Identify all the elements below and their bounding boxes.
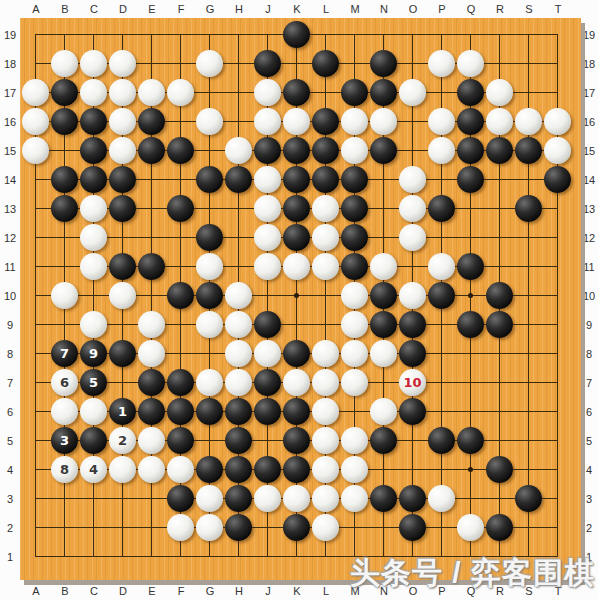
intersection-E16[interactable] <box>137 107 166 136</box>
black-stone-M17[interactable] <box>341 79 368 106</box>
black-stone-T14[interactable] <box>544 166 571 193</box>
intersection-S14[interactable] <box>514 165 543 194</box>
white-stone-B10[interactable] <box>51 282 78 309</box>
white-stone-K7[interactable] <box>283 369 310 396</box>
intersection-K13[interactable] <box>282 194 311 223</box>
intersection-P9[interactable] <box>427 310 456 339</box>
intersection-P15[interactable] <box>427 136 456 165</box>
intersection-D5[interactable]: 2 <box>108 426 137 455</box>
white-stone-K16[interactable] <box>283 108 310 135</box>
intersection-K18[interactable] <box>282 49 311 78</box>
intersection-E7[interactable] <box>137 368 166 397</box>
intersection-J12[interactable] <box>253 223 282 252</box>
white-stone-K11[interactable] <box>283 253 310 280</box>
intersection-T18[interactable] <box>543 49 572 78</box>
white-stone-C11[interactable] <box>80 253 107 280</box>
intersection-R12[interactable] <box>485 223 514 252</box>
intersection-N4[interactable] <box>369 455 398 484</box>
white-stone-J12[interactable] <box>254 224 281 251</box>
intersection-J17[interactable] <box>253 78 282 107</box>
intersection-M8[interactable] <box>340 339 369 368</box>
intersection-Q5[interactable] <box>456 426 485 455</box>
white-stone-S16[interactable] <box>515 108 542 135</box>
black-stone-B14[interactable] <box>51 166 78 193</box>
white-stone-G18[interactable] <box>196 50 223 77</box>
intersection-S4[interactable] <box>514 455 543 484</box>
intersection-R5[interactable] <box>485 426 514 455</box>
black-stone-D14[interactable] <box>109 166 136 193</box>
intersection-G19[interactable] <box>195 20 224 49</box>
intersection-D10[interactable] <box>108 281 137 310</box>
intersection-C3[interactable] <box>79 484 108 513</box>
intersection-K12[interactable] <box>282 223 311 252</box>
black-stone-K17[interactable] <box>283 79 310 106</box>
black-stone-H4[interactable] <box>225 456 252 483</box>
intersection-G16[interactable] <box>195 107 224 136</box>
intersection-N3[interactable] <box>369 484 398 513</box>
intersection-E9[interactable] <box>137 310 166 339</box>
intersection-Q6[interactable] <box>456 397 485 426</box>
intersection-C15[interactable] <box>79 136 108 165</box>
intersection-H12[interactable] <box>224 223 253 252</box>
black-stone-K6[interactable] <box>283 398 310 425</box>
intersection-M12[interactable] <box>340 223 369 252</box>
black-stone-R2[interactable] <box>486 514 513 541</box>
intersection-F8[interactable] <box>166 339 195 368</box>
intersection-G3[interactable] <box>195 484 224 513</box>
intersection-O13[interactable] <box>398 194 427 223</box>
black-stone-L16[interactable] <box>312 108 339 135</box>
intersection-D2[interactable] <box>108 513 137 542</box>
black-stone-K15[interactable] <box>283 137 310 164</box>
black-stone-M12[interactable] <box>341 224 368 251</box>
intersection-M9[interactable] <box>340 310 369 339</box>
white-stone-E17[interactable] <box>138 79 165 106</box>
intersection-L11[interactable] <box>311 252 340 281</box>
intersection-P5[interactable] <box>427 426 456 455</box>
intersection-O19[interactable] <box>398 20 427 49</box>
intersection-A7[interactable] <box>21 368 50 397</box>
white-stone-D17[interactable] <box>109 79 136 106</box>
intersection-G13[interactable] <box>195 194 224 223</box>
intersection-B1[interactable] <box>50 542 79 571</box>
intersection-Q2[interactable] <box>456 513 485 542</box>
white-stone-C9[interactable] <box>80 311 107 338</box>
black-stone-J15[interactable] <box>254 137 281 164</box>
white-stone-J13[interactable] <box>254 195 281 222</box>
black-stone-H2[interactable] <box>225 514 252 541</box>
intersection-N8[interactable] <box>369 339 398 368</box>
intersection-F11[interactable] <box>166 252 195 281</box>
intersection-G8[interactable] <box>195 339 224 368</box>
white-stone-H10[interactable] <box>225 282 252 309</box>
intersection-B8[interactable]: 7 <box>50 339 79 368</box>
intersection-A12[interactable] <box>21 223 50 252</box>
intersection-H8[interactable] <box>224 339 253 368</box>
black-stone-R9[interactable] <box>486 311 513 338</box>
white-stone-R16[interactable] <box>486 108 513 135</box>
intersection-K2[interactable] <box>282 513 311 542</box>
white-stone-C6[interactable] <box>80 398 107 425</box>
intersection-G18[interactable] <box>195 49 224 78</box>
intersection-R13[interactable] <box>485 194 514 223</box>
intersection-N7[interactable] <box>369 368 398 397</box>
black-stone-F15[interactable] <box>167 137 194 164</box>
intersection-S5[interactable] <box>514 426 543 455</box>
intersection-N9[interactable] <box>369 310 398 339</box>
intersection-H3[interactable] <box>224 484 253 513</box>
black-stone-O8[interactable] <box>399 340 426 367</box>
white-stone-D4[interactable] <box>109 456 136 483</box>
white-stone-G7[interactable] <box>196 369 223 396</box>
intersection-D3[interactable] <box>108 484 137 513</box>
intersection-L3[interactable] <box>311 484 340 513</box>
intersection-Q10[interactable] <box>456 281 485 310</box>
white-stone-G9[interactable] <box>196 311 223 338</box>
intersection-B7[interactable]: 6 <box>50 368 79 397</box>
intersection-B17[interactable] <box>50 78 79 107</box>
intersection-S19[interactable] <box>514 20 543 49</box>
intersection-C9[interactable] <box>79 310 108 339</box>
white-stone-E9[interactable] <box>138 311 165 338</box>
intersection-H9[interactable] <box>224 310 253 339</box>
white-stone-H7[interactable] <box>225 369 252 396</box>
intersection-P4[interactable] <box>427 455 456 484</box>
black-stone-M13[interactable] <box>341 195 368 222</box>
intersection-B19[interactable] <box>50 20 79 49</box>
white-stone-J8[interactable] <box>254 340 281 367</box>
intersection-Q12[interactable] <box>456 223 485 252</box>
intersection-F4[interactable] <box>166 455 195 484</box>
intersection-G1[interactable] <box>195 542 224 571</box>
black-stone-N10[interactable] <box>370 282 397 309</box>
intersection-S18[interactable] <box>514 49 543 78</box>
black-stone-G14[interactable] <box>196 166 223 193</box>
intersection-G11[interactable] <box>195 252 224 281</box>
intersection-C4[interactable]: 4 <box>79 455 108 484</box>
black-stone-O6[interactable] <box>399 398 426 425</box>
intersection-H17[interactable] <box>224 78 253 107</box>
intersection-E11[interactable] <box>137 252 166 281</box>
intersection-D8[interactable] <box>108 339 137 368</box>
intersection-P6[interactable] <box>427 397 456 426</box>
intersection-S16[interactable] <box>514 107 543 136</box>
intersection-A17[interactable] <box>21 78 50 107</box>
intersection-J14[interactable] <box>253 165 282 194</box>
black-stone-R4[interactable] <box>486 456 513 483</box>
intersection-F6[interactable] <box>166 397 195 426</box>
intersection-T3[interactable] <box>543 484 572 513</box>
white-stone-J16[interactable] <box>254 108 281 135</box>
white-stone-Q2[interactable] <box>457 514 484 541</box>
intersection-P8[interactable] <box>427 339 456 368</box>
black-stone-P10[interactable] <box>428 282 455 309</box>
intersection-T19[interactable] <box>543 20 572 49</box>
intersection-T6[interactable] <box>543 397 572 426</box>
black-stone-B5[interactable]: 3 <box>51 427 78 454</box>
intersection-S12[interactable] <box>514 223 543 252</box>
white-stone-E8[interactable] <box>138 340 165 367</box>
black-stone-F5[interactable] <box>167 427 194 454</box>
black-stone-Q15[interactable] <box>457 137 484 164</box>
black-stone-C5[interactable] <box>80 427 107 454</box>
intersection-C5[interactable] <box>79 426 108 455</box>
black-stone-B13[interactable] <box>51 195 78 222</box>
intersection-B14[interactable] <box>50 165 79 194</box>
intersection-R14[interactable] <box>485 165 514 194</box>
intersection-F17[interactable] <box>166 78 195 107</box>
white-stone-G3[interactable] <box>196 485 223 512</box>
black-stone-N17[interactable] <box>370 79 397 106</box>
intersection-H13[interactable] <box>224 194 253 223</box>
white-stone-F4[interactable] <box>167 456 194 483</box>
intersection-K10[interactable] <box>282 281 311 310</box>
intersection-C14[interactable] <box>79 165 108 194</box>
intersection-G12[interactable] <box>195 223 224 252</box>
intersection-L1[interactable] <box>311 542 340 571</box>
white-stone-M8[interactable] <box>341 340 368 367</box>
intersection-C7[interactable]: 5 <box>79 368 108 397</box>
intersection-M6[interactable] <box>340 397 369 426</box>
intersection-E6[interactable] <box>137 397 166 426</box>
intersection-T17[interactable] <box>543 78 572 107</box>
intersection-O18[interactable] <box>398 49 427 78</box>
intersection-N11[interactable] <box>369 252 398 281</box>
intersection-L10[interactable] <box>311 281 340 310</box>
intersection-K7[interactable] <box>282 368 311 397</box>
white-stone-O10[interactable] <box>399 282 426 309</box>
white-stone-D10[interactable] <box>109 282 136 309</box>
intersection-A14[interactable] <box>21 165 50 194</box>
intersection-K8[interactable] <box>282 339 311 368</box>
intersection-J11[interactable] <box>253 252 282 281</box>
intersection-N10[interactable] <box>369 281 398 310</box>
intersection-F5[interactable] <box>166 426 195 455</box>
black-stone-J6[interactable] <box>254 398 281 425</box>
intersection-Q16[interactable] <box>456 107 485 136</box>
intersection-J3[interactable] <box>253 484 282 513</box>
white-stone-O7[interactable]: 10 <box>399 369 426 396</box>
intersection-Q19[interactable] <box>456 20 485 49</box>
intersection-R10[interactable] <box>485 281 514 310</box>
white-stone-N8[interactable] <box>370 340 397 367</box>
white-stone-C12[interactable] <box>80 224 107 251</box>
black-stone-F7[interactable] <box>167 369 194 396</box>
white-stone-L11[interactable] <box>312 253 339 280</box>
intersection-D7[interactable] <box>108 368 137 397</box>
intersection-H5[interactable] <box>224 426 253 455</box>
black-stone-B16[interactable] <box>51 108 78 135</box>
intersection-R15[interactable] <box>485 136 514 165</box>
intersection-E2[interactable] <box>137 513 166 542</box>
intersection-C8[interactable]: 9 <box>79 339 108 368</box>
intersection-P2[interactable] <box>427 513 456 542</box>
intersection-C12[interactable] <box>79 223 108 252</box>
intersection-O12[interactable] <box>398 223 427 252</box>
intersection-B12[interactable] <box>50 223 79 252</box>
white-stone-C17[interactable] <box>80 79 107 106</box>
intersection-G4[interactable] <box>195 455 224 484</box>
black-stone-S15[interactable] <box>515 137 542 164</box>
black-stone-G4[interactable] <box>196 456 223 483</box>
intersection-M10[interactable] <box>340 281 369 310</box>
black-stone-S13[interactable] <box>515 195 542 222</box>
intersection-D13[interactable] <box>108 194 137 223</box>
black-stone-E11[interactable] <box>138 253 165 280</box>
white-stone-J3[interactable] <box>254 485 281 512</box>
intersection-L6[interactable] <box>311 397 340 426</box>
intersection-D12[interactable] <box>108 223 137 252</box>
intersection-A10[interactable] <box>21 281 50 310</box>
intersection-O15[interactable] <box>398 136 427 165</box>
white-stone-E4[interactable] <box>138 456 165 483</box>
intersection-M2[interactable] <box>340 513 369 542</box>
black-stone-M11[interactable] <box>341 253 368 280</box>
black-stone-H5[interactable] <box>225 427 252 454</box>
intersection-M11[interactable] <box>340 252 369 281</box>
intersection-F12[interactable] <box>166 223 195 252</box>
intersection-C6[interactable] <box>79 397 108 426</box>
black-stone-C15[interactable] <box>80 137 107 164</box>
intersection-B2[interactable] <box>50 513 79 542</box>
intersection-B18[interactable] <box>50 49 79 78</box>
intersection-B3[interactable] <box>50 484 79 513</box>
intersection-L2[interactable] <box>311 513 340 542</box>
black-stone-K5[interactable] <box>283 427 310 454</box>
black-stone-F3[interactable] <box>167 485 194 512</box>
intersection-D1[interactable] <box>108 542 137 571</box>
intersection-C13[interactable] <box>79 194 108 223</box>
intersection-G6[interactable] <box>195 397 224 426</box>
white-stone-M5[interactable] <box>341 427 368 454</box>
intersection-R2[interactable] <box>485 513 514 542</box>
white-stone-T15[interactable] <box>544 137 571 164</box>
black-stone-L14[interactable] <box>312 166 339 193</box>
intersection-J13[interactable] <box>253 194 282 223</box>
intersection-J2[interactable] <box>253 513 282 542</box>
black-stone-K2[interactable] <box>283 514 310 541</box>
white-stone-F2[interactable] <box>167 514 194 541</box>
black-stone-H6[interactable] <box>225 398 252 425</box>
black-stone-O9[interactable] <box>399 311 426 338</box>
white-stone-O14[interactable] <box>399 166 426 193</box>
intersection-E8[interactable] <box>137 339 166 368</box>
intersection-G9[interactable] <box>195 310 224 339</box>
intersection-A5[interactable] <box>21 426 50 455</box>
intersection-D18[interactable] <box>108 49 137 78</box>
intersection-S9[interactable] <box>514 310 543 339</box>
white-stone-C4[interactable]: 4 <box>80 456 107 483</box>
intersection-O3[interactable] <box>398 484 427 513</box>
intersection-F19[interactable] <box>166 20 195 49</box>
black-stone-Q14[interactable] <box>457 166 484 193</box>
intersection-B15[interactable] <box>50 136 79 165</box>
intersection-F15[interactable] <box>166 136 195 165</box>
intersection-F9[interactable] <box>166 310 195 339</box>
intersection-O16[interactable] <box>398 107 427 136</box>
intersection-J15[interactable] <box>253 136 282 165</box>
intersection-C10[interactable] <box>79 281 108 310</box>
intersection-F7[interactable] <box>166 368 195 397</box>
intersection-Q15[interactable] <box>456 136 485 165</box>
black-stone-C16[interactable] <box>80 108 107 135</box>
intersection-T10[interactable] <box>543 281 572 310</box>
intersection-D6[interactable]: 1 <box>108 397 137 426</box>
intersection-M15[interactable] <box>340 136 369 165</box>
white-stone-K3[interactable] <box>283 485 310 512</box>
intersection-A16[interactable] <box>21 107 50 136</box>
black-stone-R10[interactable] <box>486 282 513 309</box>
white-stone-N11[interactable] <box>370 253 397 280</box>
intersection-N5[interactable] <box>369 426 398 455</box>
white-stone-L6[interactable] <box>312 398 339 425</box>
intersection-L17[interactable] <box>311 78 340 107</box>
intersection-L8[interactable] <box>311 339 340 368</box>
white-stone-M10[interactable] <box>341 282 368 309</box>
white-stone-H15[interactable] <box>225 137 252 164</box>
intersection-D9[interactable] <box>108 310 137 339</box>
intersection-H16[interactable] <box>224 107 253 136</box>
intersection-R9[interactable] <box>485 310 514 339</box>
black-stone-F6[interactable] <box>167 398 194 425</box>
intersection-D4[interactable] <box>108 455 137 484</box>
black-stone-H14[interactable] <box>225 166 252 193</box>
intersection-K4[interactable] <box>282 455 311 484</box>
black-stone-K19[interactable] <box>283 21 310 48</box>
black-stone-K8[interactable] <box>283 340 310 367</box>
black-stone-D6[interactable]: 1 <box>109 398 136 425</box>
black-stone-S3[interactable] <box>515 485 542 512</box>
white-stone-G2[interactable] <box>196 514 223 541</box>
black-stone-E15[interactable] <box>138 137 165 164</box>
intersection-K1[interactable] <box>282 542 311 571</box>
intersection-D16[interactable] <box>108 107 137 136</box>
intersection-J18[interactable] <box>253 49 282 78</box>
black-stone-Q5[interactable] <box>457 427 484 454</box>
white-stone-M16[interactable] <box>341 108 368 135</box>
intersection-L18[interactable] <box>311 49 340 78</box>
intersection-L9[interactable] <box>311 310 340 339</box>
intersection-J8[interactable] <box>253 339 282 368</box>
white-stone-P3[interactable] <box>428 485 455 512</box>
intersection-T2[interactable] <box>543 513 572 542</box>
white-stone-A15[interactable] <box>22 137 49 164</box>
intersection-J6[interactable] <box>253 397 282 426</box>
black-stone-Q11[interactable] <box>457 253 484 280</box>
white-stone-F17[interactable] <box>167 79 194 106</box>
intersection-P14[interactable] <box>427 165 456 194</box>
intersection-R7[interactable] <box>485 368 514 397</box>
intersection-L19[interactable] <box>311 20 340 49</box>
white-stone-O12[interactable] <box>399 224 426 251</box>
intersection-E3[interactable] <box>137 484 166 513</box>
intersection-M5[interactable] <box>340 426 369 455</box>
intersection-P13[interactable] <box>427 194 456 223</box>
black-stone-N9[interactable] <box>370 311 397 338</box>
intersection-K16[interactable] <box>282 107 311 136</box>
white-stone-H8[interactable] <box>225 340 252 367</box>
black-stone-D13[interactable] <box>109 195 136 222</box>
intersection-L15[interactable] <box>311 136 340 165</box>
white-stone-N6[interactable] <box>370 398 397 425</box>
intersection-B4[interactable]: 8 <box>50 455 79 484</box>
white-stone-D15[interactable] <box>109 137 136 164</box>
intersection-O8[interactable] <box>398 339 427 368</box>
intersection-F16[interactable] <box>166 107 195 136</box>
white-stone-L3[interactable] <box>312 485 339 512</box>
intersection-H1[interactable] <box>224 542 253 571</box>
white-stone-D16[interactable] <box>109 108 136 135</box>
